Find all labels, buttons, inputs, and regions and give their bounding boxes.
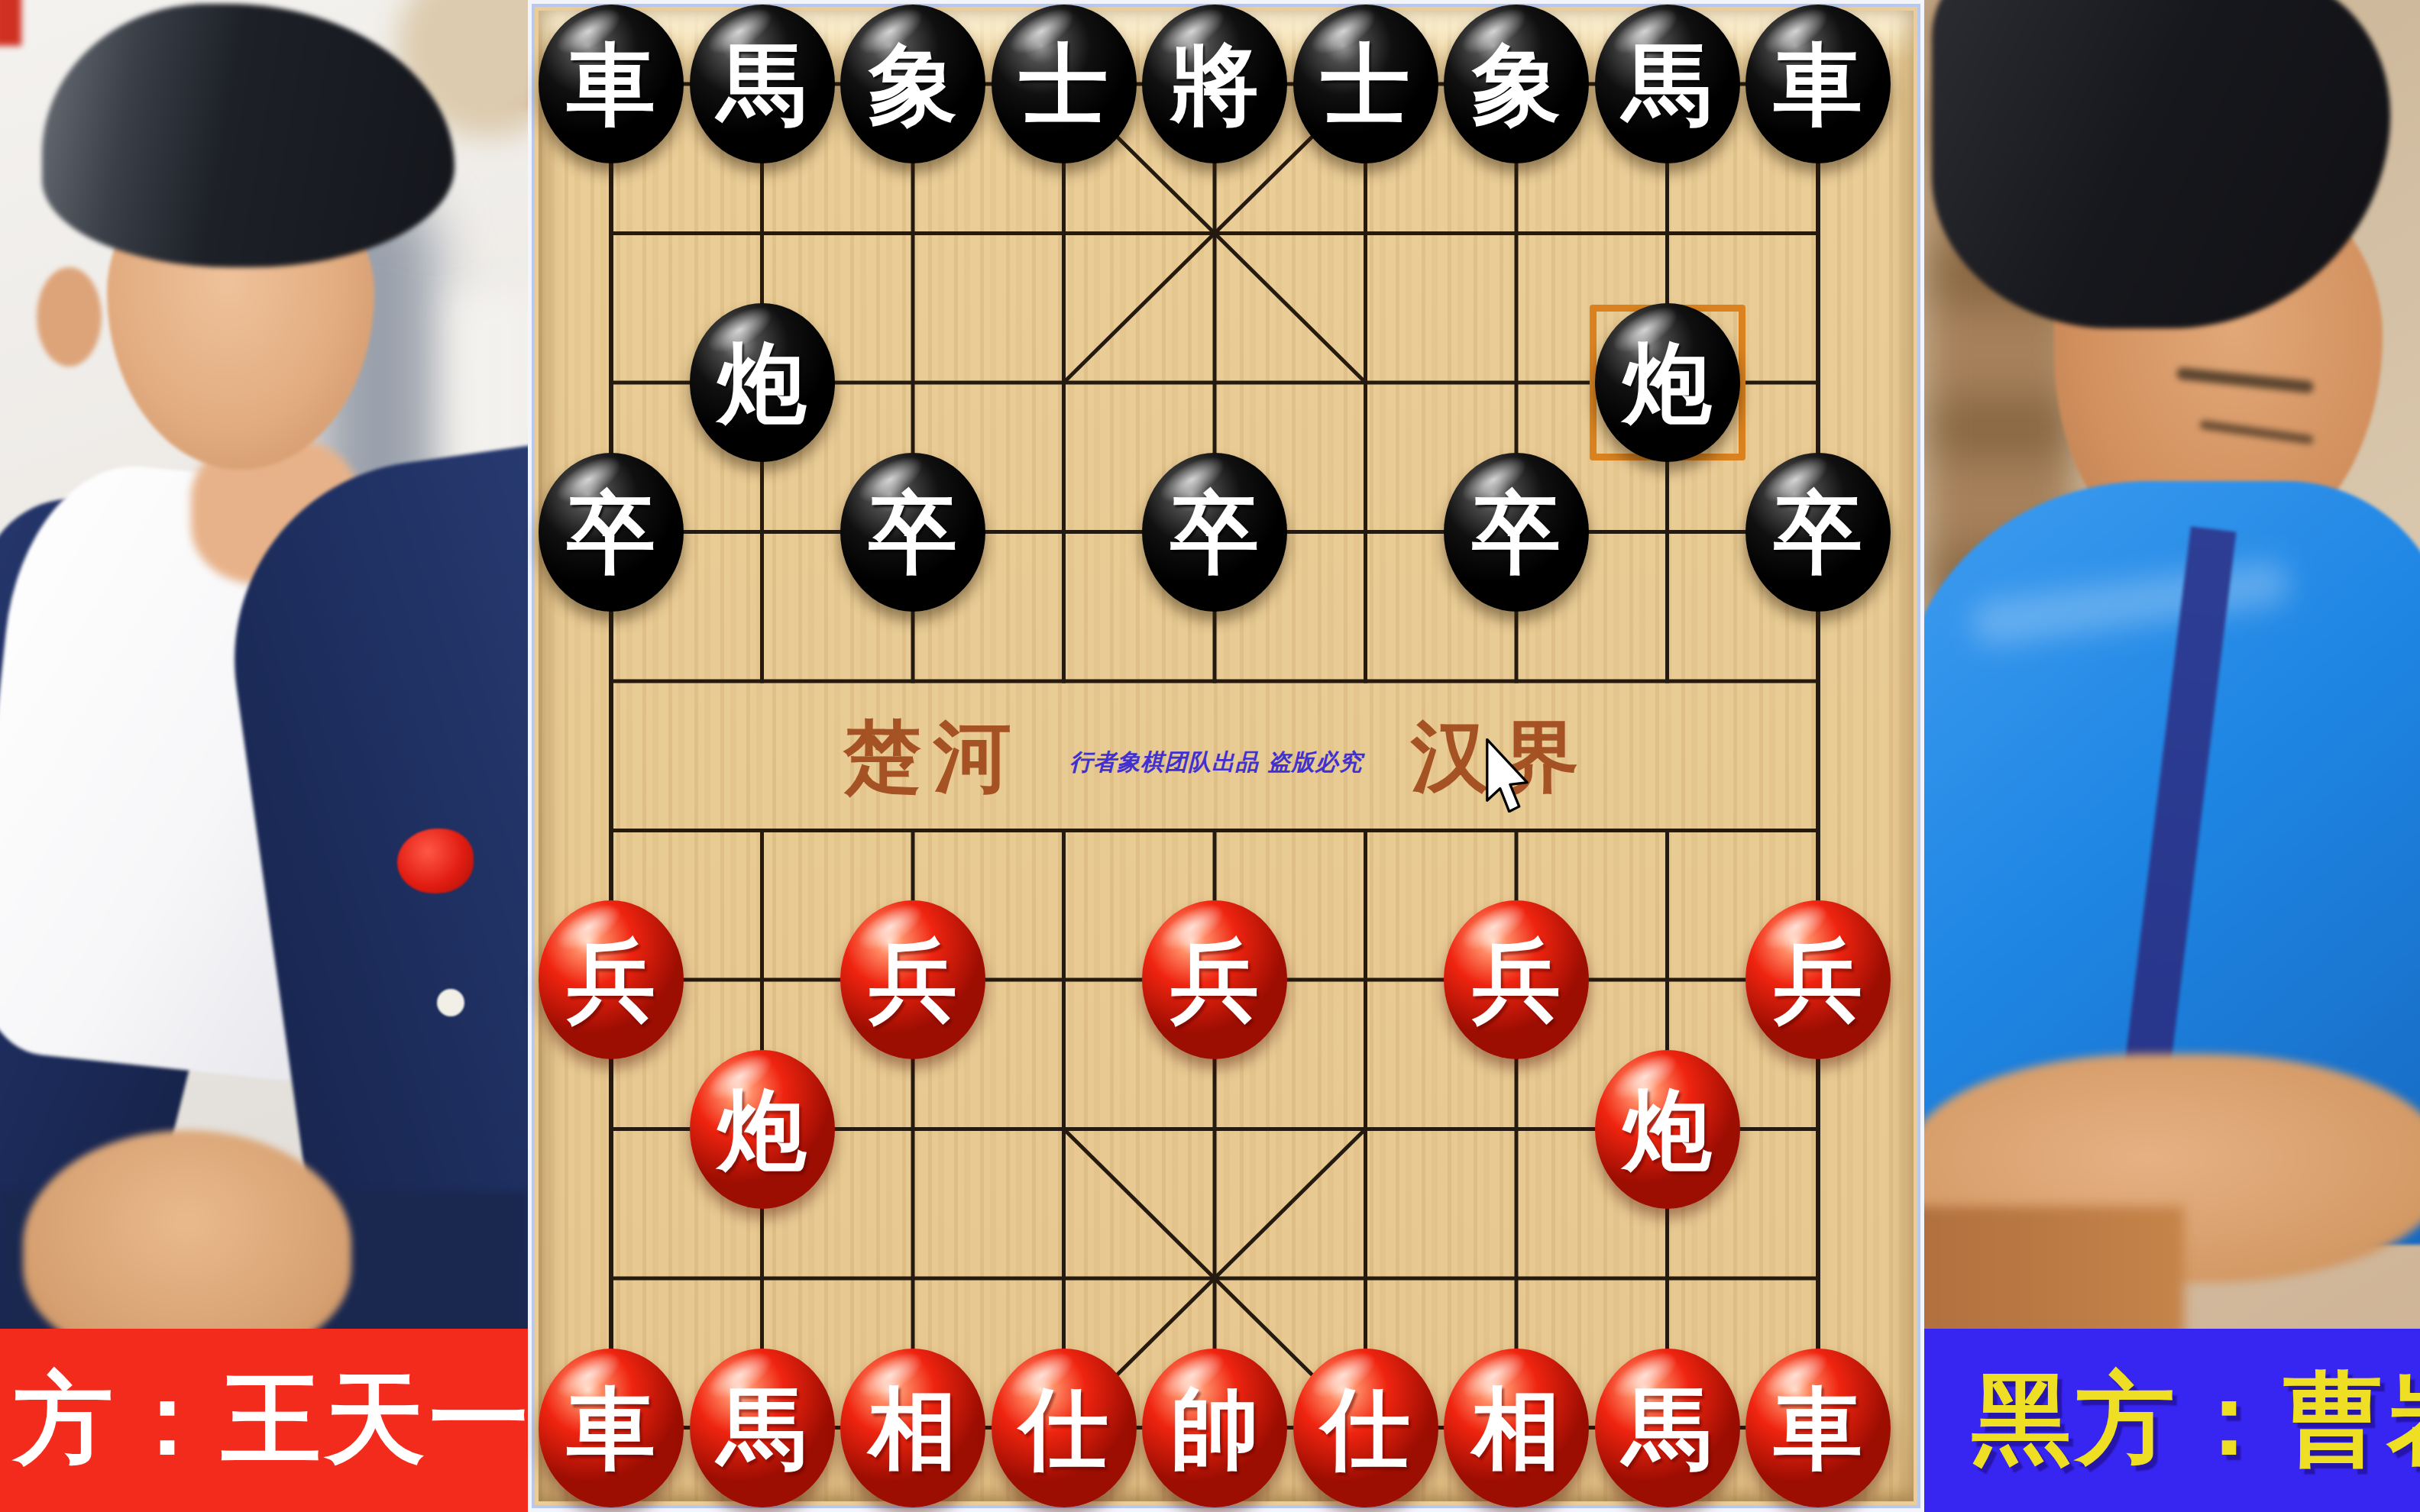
piece-red-soldier[interactable]: 兵 bbox=[539, 900, 684, 1059]
piece-red-cannon[interactable]: 炮 bbox=[690, 1050, 835, 1209]
piece-black-horse[interactable]: 馬 bbox=[1595, 5, 1740, 163]
piece-red-chariot[interactable]: 車 bbox=[539, 1349, 684, 1507]
piece-black-chariot[interactable]: 車 bbox=[1745, 5, 1891, 163]
piece-character: 炮 bbox=[718, 338, 807, 427]
piece-character: 卒 bbox=[1472, 488, 1561, 577]
piece-character: 相 bbox=[1472, 1384, 1561, 1472]
piece-character: 卒 bbox=[869, 488, 957, 577]
piece-character: 炮 bbox=[718, 1085, 807, 1174]
piece-character: 士 bbox=[1322, 40, 1410, 128]
piece-red-advisor[interactable]: 仕 bbox=[1293, 1349, 1438, 1507]
pieces-layer: 車馬象士將士象馬車炮炮卒卒卒卒卒兵兵兵兵兵炮炮車馬相仕帥仕相馬車 bbox=[0, 0, 2420, 1512]
piece-black-soldier[interactable]: 卒 bbox=[840, 453, 985, 612]
piece-character: 車 bbox=[567, 1384, 655, 1472]
mouse-cursor bbox=[1485, 738, 1529, 813]
red-player-name: 方：王天一 bbox=[0, 1353, 528, 1488]
red-player-banner: 方：王天一 bbox=[0, 1329, 528, 1512]
piece-character: 仕 bbox=[1020, 1384, 1108, 1472]
piece-character: 馬 bbox=[718, 40, 807, 128]
piece-black-cannon[interactable]: 炮 bbox=[1595, 303, 1740, 462]
piece-black-advisor[interactable]: 士 bbox=[992, 5, 1137, 163]
piece-black-chariot[interactable]: 車 bbox=[539, 5, 684, 163]
piece-red-elephant[interactable]: 相 bbox=[1444, 1349, 1589, 1507]
piece-character: 卒 bbox=[1774, 488, 1862, 577]
piece-black-general[interactable]: 將 bbox=[1142, 5, 1287, 163]
piece-character: 兵 bbox=[869, 935, 957, 1024]
piece-character: 兵 bbox=[1774, 935, 1862, 1024]
piece-red-cannon[interactable]: 炮 bbox=[1595, 1050, 1740, 1209]
piece-red-soldier[interactable]: 兵 bbox=[840, 900, 985, 1059]
screen: 方：王天一 楚河 汉界 行者象棋团队出品 盗版必究 車馬象士將士象馬車炮炮卒卒卒… bbox=[0, 0, 2420, 1512]
piece-character: 馬 bbox=[718, 1384, 807, 1472]
piece-character: 將 bbox=[1170, 40, 1259, 128]
piece-character: 馬 bbox=[1623, 1384, 1712, 1472]
piece-red-general[interactable]: 帥 bbox=[1142, 1349, 1287, 1507]
piece-character: 兵 bbox=[567, 935, 655, 1024]
black-player-banner: 黑方：曹岩 bbox=[1924, 1329, 2420, 1512]
piece-character: 卒 bbox=[567, 488, 655, 577]
piece-black-elephant[interactable]: 象 bbox=[1444, 5, 1589, 163]
piece-black-soldier[interactable]: 卒 bbox=[1745, 453, 1891, 612]
piece-character: 卒 bbox=[1170, 488, 1259, 577]
piece-character: 車 bbox=[567, 40, 655, 128]
piece-character: 象 bbox=[1472, 40, 1561, 128]
piece-character: 車 bbox=[1774, 1384, 1862, 1472]
piece-character: 炮 bbox=[1623, 1085, 1712, 1174]
piece-character: 相 bbox=[869, 1384, 957, 1472]
piece-character: 兵 bbox=[1170, 935, 1259, 1024]
piece-red-horse[interactable]: 馬 bbox=[690, 1349, 835, 1507]
piece-black-advisor[interactable]: 士 bbox=[1293, 5, 1438, 163]
piece-character: 士 bbox=[1020, 40, 1108, 128]
piece-character: 馬 bbox=[1623, 40, 1712, 128]
piece-black-soldier[interactable]: 卒 bbox=[1444, 453, 1589, 612]
piece-character: 車 bbox=[1774, 40, 1862, 128]
piece-red-soldier[interactable]: 兵 bbox=[1444, 900, 1589, 1059]
piece-red-soldier[interactable]: 兵 bbox=[1745, 900, 1891, 1059]
piece-red-soldier[interactable]: 兵 bbox=[1142, 900, 1287, 1059]
piece-character: 仕 bbox=[1322, 1384, 1410, 1472]
piece-black-horse[interactable]: 馬 bbox=[690, 5, 835, 163]
black-player-name: 黑方：曹岩 bbox=[1924, 1353, 2420, 1488]
piece-character: 象 bbox=[869, 40, 957, 128]
piece-character: 炮 bbox=[1623, 338, 1712, 427]
piece-black-soldier[interactable]: 卒 bbox=[1142, 453, 1287, 612]
piece-character: 帥 bbox=[1170, 1384, 1259, 1472]
piece-red-elephant[interactable]: 相 bbox=[840, 1349, 985, 1507]
piece-red-horse[interactable]: 馬 bbox=[1595, 1349, 1740, 1507]
piece-black-soldier[interactable]: 卒 bbox=[539, 453, 684, 612]
piece-red-chariot[interactable]: 車 bbox=[1745, 1349, 1891, 1507]
piece-character: 兵 bbox=[1472, 935, 1561, 1024]
piece-black-cannon[interactable]: 炮 bbox=[690, 303, 835, 462]
piece-red-advisor[interactable]: 仕 bbox=[992, 1349, 1137, 1507]
piece-black-elephant[interactable]: 象 bbox=[840, 5, 985, 163]
